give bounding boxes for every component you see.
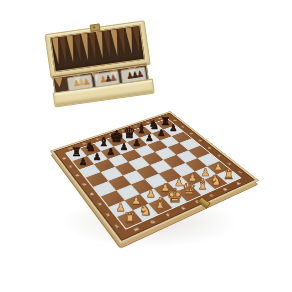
square-g5 <box>101 167 123 181</box>
square-h5 <box>86 172 108 187</box>
square-d2 <box>168 177 191 192</box>
bagged-piece-icon: ♟ <box>82 77 88 87</box>
square-e2 <box>154 182 177 197</box>
square-f2 <box>139 188 163 204</box>
square-f3 <box>131 179 154 194</box>
square-h3 <box>101 190 124 206</box>
coordinate-label: 6 <box>71 171 83 180</box>
bagged-piece-icon: ♟ <box>109 73 115 83</box>
square-b1 <box>204 175 227 190</box>
square-e1 <box>163 192 187 208</box>
storage-case: ♟♟♟♟♟♟♟♟♟ <box>44 20 152 105</box>
square-h2 <box>109 200 133 217</box>
coordinate-label: 1 <box>233 168 246 177</box>
square-b2 <box>194 166 217 180</box>
square-a1 <box>217 169 240 183</box>
coordinate-label: 2 <box>222 159 235 167</box>
square-g2 <box>124 194 148 210</box>
square-h1 <box>117 211 142 229</box>
square-d3 <box>159 168 182 182</box>
square-g3 <box>116 185 139 201</box>
square-g4 <box>108 176 131 191</box>
square-e3 <box>145 173 168 188</box>
square-c1 <box>191 180 215 195</box>
square-h4 <box>93 181 116 196</box>
square-g1 <box>133 204 158 221</box>
square-e4 <box>136 165 158 179</box>
square-h6 <box>79 164 101 178</box>
square-f1 <box>148 198 172 215</box>
backgammon-point <box>54 77 64 88</box>
square-f4 <box>122 170 144 184</box>
square-c2 <box>181 171 204 185</box>
square-c3 <box>172 163 194 177</box>
backgammon-point <box>132 26 142 54</box>
case-clasp-icon <box>90 23 101 31</box>
bagged-piece-icon: ♟ <box>135 70 141 80</box>
product-photo: ♟♟♟♟♟♟♟♟♟ HGFEDCBA HGFEDCBA 87654321 876… <box>0 0 292 292</box>
